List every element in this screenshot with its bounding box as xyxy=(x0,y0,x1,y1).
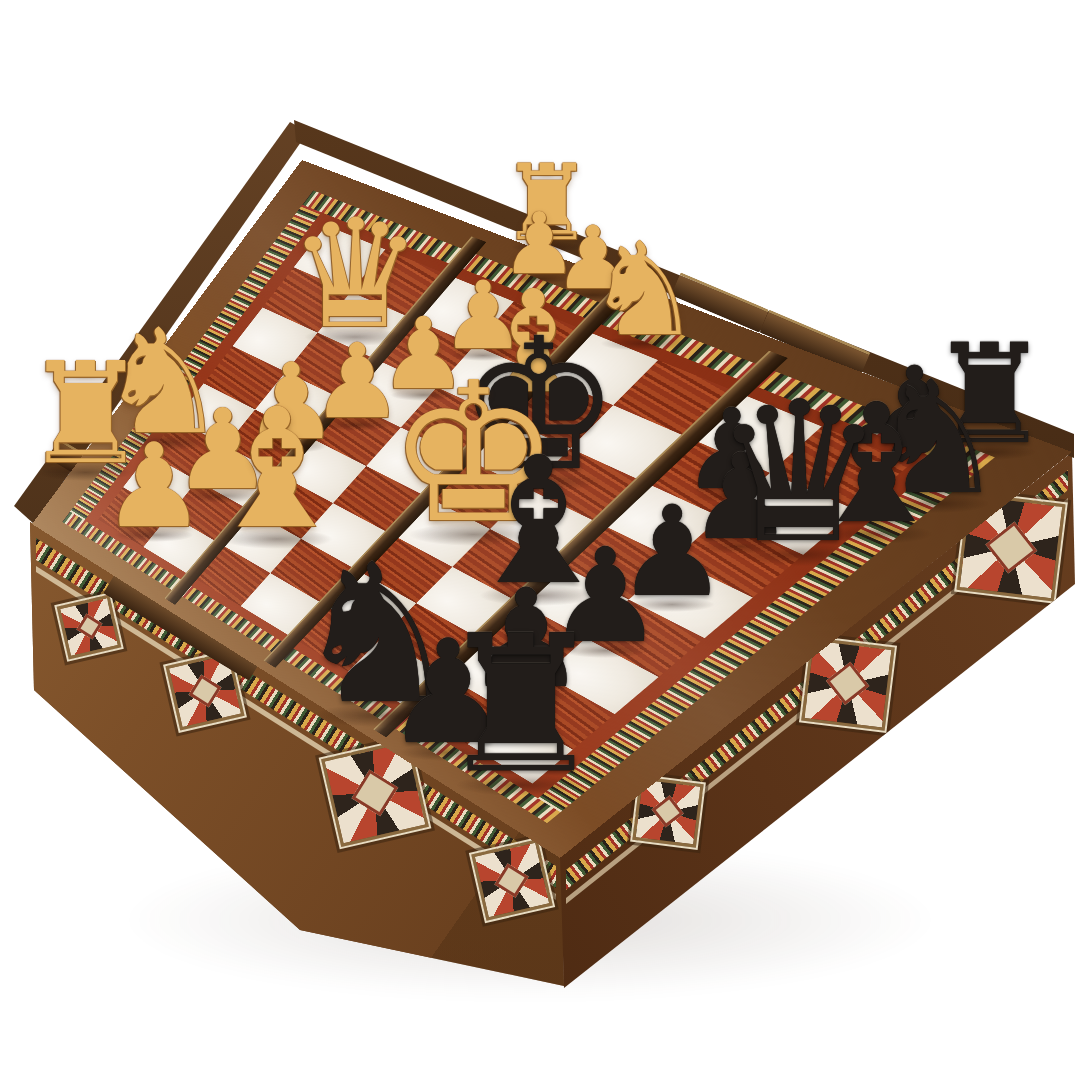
black-rook-a8[interactable]: ♜ xyxy=(436,611,605,800)
pieces-layer: ♜♟♟♛♞♟♟♝♟♞♟♟♜♜♚♟♟♞♚♝♟♝♟♛♝♟♟♟♞♟♜ xyxy=(0,0,1080,1080)
black-queen-f6[interactable]: ♛ xyxy=(712,376,886,570)
white-pawn-a2[interactable]: ♟ xyxy=(102,428,206,544)
product-photo-stage: ♜♟♟♛♞♟♟♝♟♞♟♟♜♜♚♟♟♞♚♝♟♝♟♛♝♟♟♟♞♟♜ xyxy=(0,0,1080,1080)
